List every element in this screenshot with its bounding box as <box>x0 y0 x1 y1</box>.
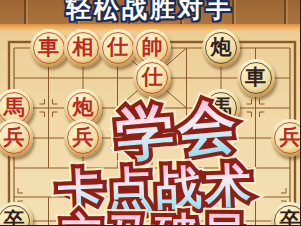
piece-black-cannon[interactable]: 炮 <box>202 29 240 67</box>
piece-red-advisor[interactable]: 仕 <box>133 59 171 97</box>
piece-glyph: 兵 <box>73 127 94 148</box>
piece-red-advisor[interactable]: 仕 <box>99 29 137 67</box>
piece-glyph: 炮 <box>211 37 232 58</box>
thumbnail-stage: 車相仕帥炮仕車馬炮馬兵兵兵卒卒 轻松战胜对手 学会 学会 学会 卡点战术 卡点战… <box>0 0 300 225</box>
overlay-text-break: 立马破局 立马破局 立马破局 <box>60 205 248 225</box>
banner-title: 轻松战胜对手 <box>0 0 300 25</box>
piece-red-pawn[interactable]: 兵 <box>64 119 102 157</box>
piece-glyph: 兵 <box>280 127 301 148</box>
piece-red-elephant[interactable]: 相 <box>64 29 102 67</box>
piece-glyph: 卒 <box>4 210 25 226</box>
piece-glyph: 炮 <box>73 97 94 118</box>
piece-glyph: 帥 <box>142 37 163 58</box>
piece-red-chariot[interactable]: 車 <box>30 29 68 67</box>
piece-glyph: 車 <box>38 37 59 58</box>
piece-glyph: 仕 <box>142 67 163 88</box>
piece-glyph: 車 <box>245 67 266 88</box>
sparkle-icon: ✦ <box>108 142 117 155</box>
piece-glyph: 卒 <box>280 210 301 226</box>
piece-glyph: 仕 <box>107 37 128 58</box>
piece-black-chariot[interactable]: 車 <box>237 59 275 97</box>
piece-glyph: 兵 <box>4 127 25 148</box>
piece-glyph: 相 <box>73 37 94 58</box>
piece-glyph: 馬 <box>4 97 25 118</box>
